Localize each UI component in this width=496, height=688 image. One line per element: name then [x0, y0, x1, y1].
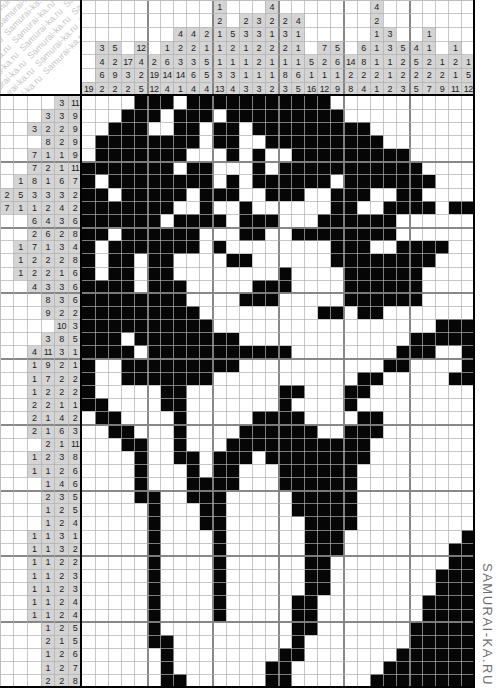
grid-cell[interactable]: [278, 464, 291, 477]
grid-cell[interactable]: [147, 543, 160, 556]
grid-cell[interactable]: [409, 149, 422, 162]
grid-cell[interactable]: [436, 530, 449, 543]
grid-cell[interactable]: [436, 96, 449, 109]
grid-cell[interactable]: [161, 398, 174, 411]
grid-cell[interactable]: [357, 464, 370, 477]
grid-cell[interactable]: [252, 451, 265, 464]
grid-cell[interactable]: [187, 438, 200, 451]
grid-cell[interactable]: [200, 608, 213, 621]
grid-cell[interactable]: [344, 346, 357, 359]
grid-cell[interactable]: [331, 543, 344, 556]
grid-cell[interactable]: [383, 648, 396, 661]
grid-cell[interactable]: [108, 306, 121, 319]
grid-cell[interactable]: [213, 109, 226, 122]
grid-cell[interactable]: [95, 438, 108, 451]
grid-cell[interactable]: [108, 595, 121, 608]
grid-cell[interactable]: [344, 241, 357, 254]
grid-cell[interactable]: [200, 372, 213, 385]
grid-cell[interactable]: [147, 530, 160, 543]
grid-cell[interactable]: [331, 517, 344, 530]
grid-cell[interactable]: [383, 595, 396, 608]
grid-cell[interactable]: [239, 254, 252, 267]
grid-cell[interactable]: [409, 517, 422, 530]
grid-cell[interactable]: [436, 254, 449, 267]
grid-cell[interactable]: [95, 346, 108, 359]
grid-cell[interactable]: [318, 175, 331, 188]
grid-cell[interactable]: [278, 530, 291, 543]
grid-cell[interactable]: [422, 543, 435, 556]
grid-cell[interactable]: [200, 648, 213, 661]
grid-cell[interactable]: [147, 319, 160, 332]
grid-cell[interactable]: [252, 556, 265, 569]
grid-cell[interactable]: [200, 385, 213, 398]
grid-cell[interactable]: [239, 135, 252, 148]
grid-cell[interactable]: [396, 135, 409, 148]
grid-cell[interactable]: [344, 267, 357, 280]
grid-cell[interactable]: [82, 569, 95, 582]
grid-cell[interactable]: [252, 543, 265, 556]
grid-cell[interactable]: [278, 595, 291, 608]
grid-cell[interactable]: [200, 517, 213, 530]
grid-cell[interactable]: [436, 162, 449, 175]
grid-cell[interactable]: [239, 425, 252, 438]
grid-cell[interactable]: [344, 543, 357, 556]
grid-cell[interactable]: [134, 477, 147, 490]
grid-cell[interactable]: [357, 648, 370, 661]
grid-cell[interactable]: [396, 411, 409, 424]
grid-cell[interactable]: [396, 254, 409, 267]
grid-cell[interactable]: [147, 398, 160, 411]
grid-cell[interactable]: [396, 569, 409, 582]
grid-cell[interactable]: [331, 661, 344, 674]
grid-cell[interactable]: [82, 411, 95, 424]
grid-cell[interactable]: [174, 319, 187, 332]
grid-cell[interactable]: [278, 319, 291, 332]
grid-cell[interactable]: [396, 674, 409, 687]
grid-cell[interactable]: [265, 661, 278, 674]
grid-cell[interactable]: [370, 556, 383, 569]
grid-cell[interactable]: [292, 359, 305, 372]
grid-cell[interactable]: [422, 411, 435, 424]
grid-cell[interactable]: [265, 346, 278, 359]
grid-cell[interactable]: [436, 411, 449, 424]
grid-cell[interactable]: [226, 227, 239, 240]
grid-cell[interactable]: [82, 109, 95, 122]
grid-cell[interactable]: [82, 201, 95, 214]
grid-cell[interactable]: [252, 490, 265, 503]
grid-cell[interactable]: [278, 346, 291, 359]
grid-cell[interactable]: [161, 517, 174, 530]
grid-cell[interactable]: [383, 490, 396, 503]
grid-cell[interactable]: [292, 175, 305, 188]
grid-cell[interactable]: [200, 280, 213, 293]
grid-cell[interactable]: [292, 569, 305, 582]
grid-cell[interactable]: [292, 451, 305, 464]
grid-cell[interactable]: [449, 517, 462, 530]
grid-cell[interactable]: [95, 293, 108, 306]
grid-cell[interactable]: [134, 438, 147, 451]
grid-cell[interactable]: [213, 477, 226, 490]
grid-cell[interactable]: [305, 293, 318, 306]
grid-cell[interactable]: [174, 109, 187, 122]
grid-cell[interactable]: [278, 477, 291, 490]
grid-cell[interactable]: [121, 280, 134, 293]
grid-cell[interactable]: [121, 333, 134, 346]
grid-cell[interactable]: [462, 175, 475, 188]
grid-cell[interactable]: [239, 241, 252, 254]
grid-cell[interactable]: [226, 96, 239, 109]
grid-cell[interactable]: [292, 135, 305, 148]
grid-cell[interactable]: [147, 556, 160, 569]
grid-cell[interactable]: [213, 254, 226, 267]
grid-cell[interactable]: [187, 582, 200, 595]
grid-cell[interactable]: [357, 293, 370, 306]
grid-cell[interactable]: [134, 201, 147, 214]
grid-cell[interactable]: [318, 451, 331, 464]
grid-cell[interactable]: [278, 359, 291, 372]
grid-cell[interactable]: [95, 543, 108, 556]
grid-cell[interactable]: [82, 661, 95, 674]
grid-cell[interactable]: [121, 346, 134, 359]
grid-cell[interactable]: [278, 451, 291, 464]
grid-cell[interactable]: [226, 175, 239, 188]
grid-cell[interactable]: [161, 635, 174, 648]
grid-cell[interactable]: [187, 293, 200, 306]
grid-cell[interactable]: [278, 622, 291, 635]
grid-cell[interactable]: [357, 595, 370, 608]
grid-cell[interactable]: [161, 385, 174, 398]
grid-cell[interactable]: [108, 188, 121, 201]
grid-cell[interactable]: [292, 267, 305, 280]
grid-cell[interactable]: [147, 648, 160, 661]
grid-cell[interactable]: [449, 109, 462, 122]
grid-cell[interactable]: [147, 149, 160, 162]
grid-cell[interactable]: [436, 188, 449, 201]
grid-cell[interactable]: [134, 333, 147, 346]
grid-cell[interactable]: [187, 398, 200, 411]
grid-cell[interactable]: [82, 608, 95, 621]
grid-cell[interactable]: [462, 385, 475, 398]
grid-cell[interactable]: [305, 411, 318, 424]
grid-cell[interactable]: [318, 162, 331, 175]
grid-cell[interactable]: [409, 175, 422, 188]
grid-cell[interactable]: [462, 96, 475, 109]
grid-cell[interactable]: [213, 530, 226, 543]
grid-cell[interactable]: [200, 582, 213, 595]
grid-cell[interactable]: [383, 385, 396, 398]
grid-cell[interactable]: [318, 543, 331, 556]
grid-cell[interactable]: [147, 477, 160, 490]
grid-cell[interactable]: [278, 201, 291, 214]
grid-cell[interactable]: [449, 398, 462, 411]
grid-cell[interactable]: [449, 648, 462, 661]
grid-cell[interactable]: [174, 530, 187, 543]
grid-cell[interactable]: [383, 333, 396, 346]
grid-cell[interactable]: [409, 162, 422, 175]
grid-cell[interactable]: [331, 319, 344, 332]
grid-cell[interactable]: [344, 582, 357, 595]
grid-cell[interactable]: [422, 674, 435, 687]
grid-cell[interactable]: [200, 267, 213, 280]
grid-cell[interactable]: [357, 346, 370, 359]
grid-cell[interactable]: [108, 201, 121, 214]
grid-cell[interactable]: [121, 464, 134, 477]
grid-cell[interactable]: [436, 372, 449, 385]
grid-cell[interactable]: [121, 517, 134, 530]
grid-cell[interactable]: [252, 517, 265, 530]
grid-cell[interactable]: [213, 464, 226, 477]
grid-cell[interactable]: [318, 96, 331, 109]
grid-cell[interactable]: [252, 175, 265, 188]
grid-cell[interactable]: [436, 319, 449, 332]
grid-cell[interactable]: [187, 411, 200, 424]
grid-cell[interactable]: [82, 227, 95, 240]
grid-cell[interactable]: [95, 464, 108, 477]
grid-cell[interactable]: [436, 503, 449, 516]
grid-cell[interactable]: [121, 438, 134, 451]
grid-cell[interactable]: [226, 425, 239, 438]
grid-cell[interactable]: [370, 411, 383, 424]
grid-cell[interactable]: [305, 503, 318, 516]
grid-cell[interactable]: [318, 411, 331, 424]
grid-cell[interactable]: [409, 201, 422, 214]
grid-cell[interactable]: [108, 517, 121, 530]
grid-cell[interactable]: [121, 622, 134, 635]
grid-cell[interactable]: [226, 359, 239, 372]
grid-cell[interactable]: [370, 241, 383, 254]
grid-cell[interactable]: [436, 451, 449, 464]
grid-cell[interactable]: [121, 319, 134, 332]
grid-cell[interactable]: [134, 96, 147, 109]
grid-cell[interactable]: [370, 490, 383, 503]
grid-cell[interactable]: [134, 359, 147, 372]
grid-cell[interactable]: [383, 149, 396, 162]
grid-cell[interactable]: [422, 595, 435, 608]
grid-cell[interactable]: [318, 333, 331, 346]
grid-cell[interactable]: [344, 188, 357, 201]
grid-cell[interactable]: [213, 280, 226, 293]
grid-cell[interactable]: [147, 96, 160, 109]
grid-cell[interactable]: [396, 438, 409, 451]
grid-cell[interactable]: [187, 622, 200, 635]
grid-cell[interactable]: [462, 149, 475, 162]
grid-cell[interactable]: [436, 517, 449, 530]
grid-cell[interactable]: [108, 411, 121, 424]
grid-cell[interactable]: [370, 293, 383, 306]
grid-cell[interactable]: [252, 122, 265, 135]
grid-cell[interactable]: [239, 280, 252, 293]
grid-cell[interactable]: [370, 451, 383, 464]
grid-cell[interactable]: [396, 359, 409, 372]
grid-cell[interactable]: [292, 411, 305, 424]
grid-cell[interactable]: [226, 135, 239, 148]
grid-cell[interactable]: [383, 96, 396, 109]
grid-cell[interactable]: [174, 359, 187, 372]
grid-cell[interactable]: [292, 96, 305, 109]
grid-cell[interactable]: [187, 464, 200, 477]
grid-cell[interactable]: [187, 149, 200, 162]
grid-cell[interactable]: [134, 227, 147, 240]
grid-cell[interactable]: [370, 359, 383, 372]
grid-cell[interactable]: [331, 530, 344, 543]
grid-cell[interactable]: [252, 674, 265, 687]
grid-cell[interactable]: [344, 254, 357, 267]
grid-cell[interactable]: [161, 175, 174, 188]
grid-cell[interactable]: [292, 490, 305, 503]
grid-cell[interactable]: [462, 293, 475, 306]
grid-cell[interactable]: [305, 254, 318, 267]
grid-cell[interactable]: [331, 333, 344, 346]
grid-cell[interactable]: [121, 267, 134, 280]
grid-cell[interactable]: [200, 543, 213, 556]
grid-cell[interactable]: [436, 582, 449, 595]
grid-cell[interactable]: [462, 490, 475, 503]
grid-cell[interactable]: [331, 569, 344, 582]
grid-cell[interactable]: [187, 385, 200, 398]
grid-cell[interactable]: [213, 451, 226, 464]
grid-cell[interactable]: [344, 477, 357, 490]
grid-cell[interactable]: [121, 635, 134, 648]
grid-cell[interactable]: [305, 109, 318, 122]
grid-cell[interactable]: [226, 293, 239, 306]
grid-cell[interactable]: [305, 135, 318, 148]
grid-cell[interactable]: [213, 438, 226, 451]
grid-cell[interactable]: [265, 517, 278, 530]
grid-cell[interactable]: [409, 569, 422, 582]
grid-cell[interactable]: [331, 372, 344, 385]
grid-cell[interactable]: [370, 648, 383, 661]
grid-cell[interactable]: [278, 490, 291, 503]
grid-cell[interactable]: [134, 661, 147, 674]
grid-cell[interactable]: [95, 385, 108, 398]
grid-cell[interactable]: [108, 451, 121, 464]
grid-cell[interactable]: [462, 254, 475, 267]
grid-cell[interactable]: [278, 267, 291, 280]
grid-cell[interactable]: [147, 267, 160, 280]
grid-cell[interactable]: [292, 162, 305, 175]
grid-cell[interactable]: [292, 464, 305, 477]
grid-cell[interactable]: [318, 438, 331, 451]
grid-cell[interactable]: [383, 241, 396, 254]
grid-cell[interactable]: [252, 503, 265, 516]
grid-cell[interactable]: [278, 122, 291, 135]
grid-cell[interactable]: [147, 569, 160, 582]
grid-cell[interactable]: [292, 319, 305, 332]
grid-cell[interactable]: [200, 635, 213, 648]
grid-cell[interactable]: [174, 135, 187, 148]
grid-cell[interactable]: [121, 608, 134, 621]
grid-cell[interactable]: [252, 661, 265, 674]
grid-cell[interactable]: [462, 622, 475, 635]
grid-cell[interactable]: [422, 385, 435, 398]
grid-cell[interactable]: [226, 438, 239, 451]
grid-cell[interactable]: [462, 595, 475, 608]
grid-cell[interactable]: [213, 359, 226, 372]
grid-cell[interactable]: [200, 188, 213, 201]
grid-cell[interactable]: [147, 490, 160, 503]
grid-cell[interactable]: [318, 359, 331, 372]
grid-cell[interactable]: [318, 674, 331, 687]
grid-cell[interactable]: [134, 135, 147, 148]
grid-cell[interactable]: [396, 556, 409, 569]
grid-cell[interactable]: [449, 254, 462, 267]
grid-cell[interactable]: [121, 201, 134, 214]
grid-cell[interactable]: [305, 372, 318, 385]
grid-cell[interactable]: [436, 608, 449, 621]
grid-cell[interactable]: [134, 162, 147, 175]
grid-cell[interactable]: [200, 622, 213, 635]
grid-cell[interactable]: [108, 661, 121, 674]
grid-cell[interactable]: [357, 582, 370, 595]
grid-cell[interactable]: [108, 543, 121, 556]
grid-cell[interactable]: [436, 622, 449, 635]
grid-cell[interactable]: [449, 530, 462, 543]
grid-cell[interactable]: [239, 109, 252, 122]
grid-cell[interactable]: [305, 543, 318, 556]
grid-cell[interactable]: [252, 346, 265, 359]
grid-cell[interactable]: [134, 425, 147, 438]
grid-cell[interactable]: [134, 595, 147, 608]
grid-cell[interactable]: [187, 635, 200, 648]
grid-cell[interactable]: [449, 201, 462, 214]
grid-cell[interactable]: [213, 674, 226, 687]
grid-cell[interactable]: [95, 582, 108, 595]
grid-cell[interactable]: [265, 648, 278, 661]
grid-cell[interactable]: [226, 162, 239, 175]
grid-cell[interactable]: [108, 293, 121, 306]
grid-cell[interactable]: [265, 411, 278, 424]
grid-cell[interactable]: [422, 306, 435, 319]
grid-cell[interactable]: [305, 398, 318, 411]
grid-cell[interactable]: [95, 280, 108, 293]
grid-cell[interactable]: [292, 398, 305, 411]
grid-cell[interactable]: [200, 109, 213, 122]
grid-cell[interactable]: [383, 267, 396, 280]
grid-cell[interactable]: [292, 635, 305, 648]
grid-cell[interactable]: [370, 122, 383, 135]
grid-cell[interactable]: [278, 503, 291, 516]
grid-cell[interactable]: [95, 556, 108, 569]
grid-cell[interactable]: [252, 398, 265, 411]
grid-cell[interactable]: [292, 438, 305, 451]
grid-cell[interactable]: [278, 411, 291, 424]
grid-cell[interactable]: [82, 503, 95, 516]
grid-cell[interactable]: [331, 477, 344, 490]
grid-cell[interactable]: [449, 543, 462, 556]
grid-cell[interactable]: [239, 622, 252, 635]
grid-cell[interactable]: [147, 635, 160, 648]
grid-cell[interactable]: [174, 398, 187, 411]
grid-cell[interactable]: [305, 490, 318, 503]
grid-cell[interactable]: [161, 556, 174, 569]
grid-cell[interactable]: [370, 674, 383, 687]
grid-cell[interactable]: [370, 372, 383, 385]
grid-cell[interactable]: [344, 648, 357, 661]
grid-cell[interactable]: [265, 201, 278, 214]
grid-cell[interactable]: [95, 411, 108, 424]
grid-cell[interactable]: [357, 254, 370, 267]
grid-cell[interactable]: [344, 227, 357, 240]
grid-cell[interactable]: [344, 96, 357, 109]
grid-cell[interactable]: [213, 306, 226, 319]
grid-cell[interactable]: [331, 608, 344, 621]
grid-cell[interactable]: [331, 595, 344, 608]
grid-cell[interactable]: [383, 635, 396, 648]
grid-cell[interactable]: [252, 214, 265, 227]
grid-cell[interactable]: [357, 517, 370, 530]
grid-cell[interactable]: [331, 241, 344, 254]
grid-cell[interactable]: [174, 569, 187, 582]
